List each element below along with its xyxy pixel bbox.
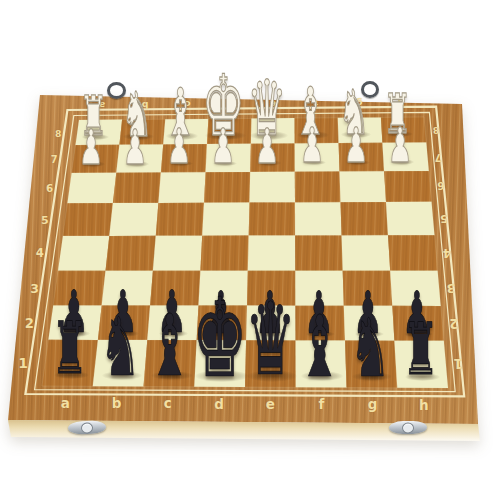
piece-black-rook-a1[interactable]: ♜ <box>43 332 96 388</box>
white-pawn-glyph: ♟ <box>342 120 369 171</box>
white-pawn-glyph: ♟ <box>387 120 414 171</box>
white-pawn-glyph: ♟ <box>165 121 192 172</box>
white-pawn-glyph: ♟ <box>121 122 148 173</box>
piece-white-pawn-c7[interactable]: ♟ <box>161 134 197 172</box>
black-knight-glyph: ♞ <box>347 306 393 391</box>
piece-black-knight-g1[interactable]: ♞ <box>340 328 400 391</box>
white-pawn-glyph: ♟ <box>210 121 237 172</box>
black-bishop-glyph: ♝ <box>296 302 344 391</box>
white-pawn-glyph: ♟ <box>298 121 325 172</box>
folding-chess-set-photo: 8877665544332211aabbccddeeffgghh ♜♞♝♚♛♝♞… <box>0 0 500 500</box>
piece-black-rook-h1[interactable]: ♜ <box>394 333 447 389</box>
black-knight-glyph: ♞ <box>97 305 143 390</box>
piece-white-pawn-a7[interactable]: ♟ <box>73 135 109 173</box>
piece-white-pawn-e7[interactable]: ♟ <box>249 134 285 172</box>
piece-white-pawn-d7[interactable]: ♟ <box>205 134 241 172</box>
piece-white-pawn-h7[interactable]: ♟ <box>382 133 418 171</box>
black-rook-glyph: ♜ <box>400 314 440 389</box>
piece-white-pawn-g7[interactable]: ♟ <box>338 133 374 171</box>
piece-white-pawn-b7[interactable]: ♟ <box>117 135 153 173</box>
pieces-layer: ♜♞♝♚♛♝♞♜♟♟♟♟♟♟♟♟♟♟♟♟♟♟♟♟♜♞♝♚♛♝♞♜ <box>0 0 500 500</box>
piece-white-pawn-f7[interactable]: ♟ <box>294 133 330 171</box>
white-pawn-glyph: ♟ <box>77 122 104 173</box>
white-pawn-glyph: ♟ <box>254 121 281 172</box>
black-rook-glyph: ♜ <box>49 313 89 388</box>
